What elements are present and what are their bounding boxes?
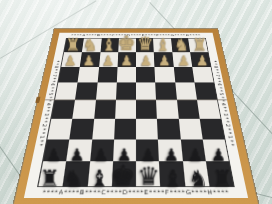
chess-piece[interactable]: ♟: [154, 52, 174, 67]
chess-piece[interactable]: ♜: [37, 162, 65, 187]
chess-piece[interactable]: ♟: [65, 139, 91, 162]
chess-piece[interactable]: ♛: [136, 162, 161, 187]
chess-piece[interactable]: ♝: [153, 38, 172, 52]
chess-board: ****A****B****C****D****E****F****G****H…: [13, 29, 258, 204]
chess-piece[interactable]: ♝: [160, 162, 186, 187]
chess-piece[interactable]: ♟: [136, 139, 160, 162]
board-border: ****A****B****C****D****E****F****G****H…: [24, 33, 248, 198]
chess-piece[interactable]: ♟: [172, 52, 192, 67]
chess-piece[interactable]: ♟: [98, 52, 118, 67]
chess-piece[interactable]: ♝: [87, 162, 113, 187]
chess-piece[interactable]: ♜: [63, 38, 83, 52]
chess-piece[interactable]: ♟: [42, 139, 69, 162]
chess-piece[interactable]: ♝: [100, 38, 119, 52]
chess-piece[interactable]: ♚: [118, 38, 136, 52]
chess-piece[interactable]: ♟: [79, 52, 99, 67]
border-coordinates-bottom: ****A****B****C****D****E****F****G****H…: [35, 187, 237, 198]
chess-piece[interactable]: ♟: [203, 139, 230, 162]
chess-piece[interactable]: ♞: [62, 162, 89, 187]
chess-piece[interactable]: ♟: [181, 139, 207, 162]
chess-piece[interactable]: ♟: [136, 52, 155, 67]
chess-piece[interactable]: ♟: [158, 139, 183, 162]
pieces-layer: ♜♞♝♚♛♝♞♜♟♟♟♟♟♟♟♟♟♟♟♟♟♟♟♟♜♞♝♚♛♝♞♜: [37, 38, 235, 187]
chess-piece[interactable]: ♞: [183, 162, 210, 187]
chess-piece[interactable]: ♞: [82, 38, 101, 52]
chess-piece[interactable]: ♞: [171, 38, 190, 52]
chess-piece[interactable]: ♜: [207, 162, 235, 187]
photo-scene: ****A****B****C****D****E****F****G****H…: [0, 0, 272, 204]
board-frame: ****A****B****C****D****E****F****G****H…: [13, 29, 258, 204]
chess-piece[interactable]: ♛: [136, 38, 154, 52]
chess-piece[interactable]: ♟: [117, 52, 136, 67]
chess-piece[interactable]: ♟: [60, 52, 81, 67]
chess-piece[interactable]: ♚: [111, 162, 136, 187]
chess-piece[interactable]: ♜: [188, 38, 208, 52]
hinge-clasp: [35, 97, 40, 103]
chess-piece[interactable]: ♟: [190, 52, 211, 67]
